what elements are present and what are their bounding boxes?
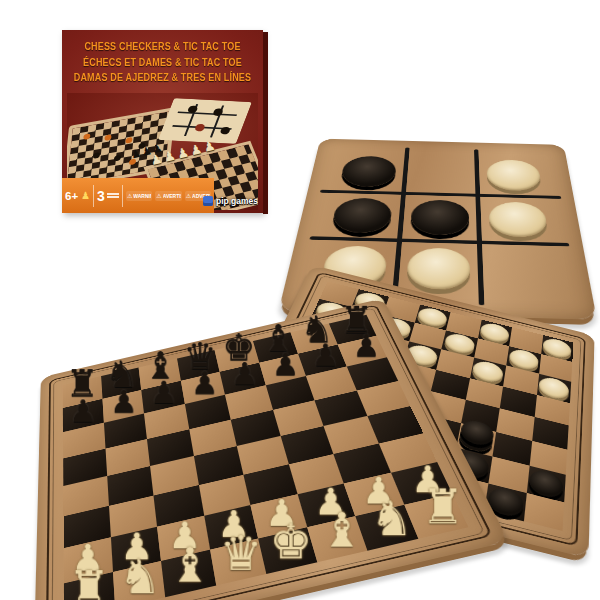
square-f7: ♟: [259, 354, 306, 386]
chess-board: ♜♞♝♛♚♝♞♜♟♟♟♟♟♟♟♟♟♟♟♟♟♟♟♟♜♞♝♛♚♝♞♜: [0, 243, 468, 573]
box-title-line-english: CHESS CHECKERS & TIC TAC TOE: [72, 39, 253, 55]
checker-square-r0c5: [477, 319, 511, 345]
games-count: 3: [97, 189, 119, 203]
product-photo: CHESS CHECKERS & TIC TAC TOE ÉCHECS ET D…: [0, 0, 600, 600]
warning-block-french: ⚠ AVERTISSEMENT:: [155, 191, 181, 201]
square-b1: ♞: [112, 561, 165, 600]
cream-checker: [542, 336, 571, 360]
ttt-cell-r0c1: [403, 152, 478, 195]
games-count-finetext: [107, 191, 119, 200]
square-f8: ♝: [253, 332, 298, 362]
chess-board-surface: ♜♞♝♛♚♝♞♜♟♟♟♟♟♟♟♟♟♟♟♟♟♟♟♟♜♞♝♛♚♝♞♜: [34, 298, 509, 600]
black-bishop: ♝: [144, 347, 177, 384]
black-checker: [528, 467, 564, 500]
black-knight: ♞: [105, 356, 138, 393]
square-a6: [63, 423, 105, 458]
checker-square-r0c6: [509, 327, 543, 353]
warning-triangle-icon: ⚠: [156, 193, 161, 199]
black-pawn: ♟: [272, 349, 300, 380]
black-pawn: ♟: [110, 386, 138, 417]
brand-logo-text: pip games: [216, 196, 258, 206]
square-g6: [306, 367, 356, 400]
square-h5: [356, 381, 410, 416]
square-c1: ♝: [161, 549, 216, 597]
black-rook: ♜: [66, 365, 99, 402]
square-d7: ♟: [180, 372, 225, 405]
black-pawn: ♟: [191, 368, 219, 399]
square-c4: [150, 456, 198, 495]
white-bishop: ♝: [320, 507, 363, 555]
cream-checker: [508, 347, 539, 372]
brand-logo: pip games: [203, 196, 258, 206]
black-pawn: ♟: [69, 396, 97, 427]
box-title-line-french: ÉCHECS ET DAMES & TIC TAC TOE: [72, 55, 253, 71]
black-pawn: ♟: [352, 330, 380, 361]
square-c8: ♝: [139, 359, 181, 390]
checker-square-r2c6: [503, 365, 539, 394]
checker-square-r3c7: [534, 394, 570, 425]
square-a8: ♜: [63, 376, 102, 408]
ttt-cell-r0c2: [476, 154, 552, 197]
square-b8: ♞: [101, 367, 142, 398]
pawn-icon: ♟: [81, 191, 90, 201]
square-d8: ♛: [177, 350, 220, 381]
checker-square-r2c7: [536, 373, 571, 402]
square-a1: ♜: [64, 572, 115, 600]
square-h7: ♟: [337, 335, 387, 366]
square-e7: ♟: [220, 363, 266, 395]
box-art-tictactoe-board: [158, 98, 252, 144]
square-e6: [225, 385, 273, 419]
square-b7: ♟: [102, 390, 144, 423]
box-title: CHESS CHECKERS & TIC TAC TOE ÉCHECS ET D…: [62, 39, 263, 86]
cream-disc: [485, 159, 541, 191]
square-f6: [265, 376, 314, 410]
square-b5: [105, 439, 150, 476]
square-h6: [346, 357, 398, 390]
black-king: ♚: [222, 329, 255, 366]
square-c6: [144, 404, 189, 439]
band-divider: [93, 185, 94, 207]
black-pawn: ♟: [312, 340, 340, 371]
square-g7: ♟: [298, 344, 346, 376]
age-rating-label: 6+: [65, 190, 78, 202]
warning-block-english: ⚠ WARNING:: [126, 191, 152, 201]
black-bishop: ♝: [261, 320, 294, 357]
white-rook: ♜: [421, 484, 464, 532]
square-e8: ♚: [215, 341, 259, 371]
square-d6: [184, 395, 230, 429]
square-a5: [63, 448, 107, 486]
cream-checker: [479, 320, 510, 344]
black-pawn: ♟: [231, 358, 259, 389]
black-rook: ♜: [340, 302, 373, 339]
white-king: ♚: [270, 519, 313, 567]
cream-checker: [471, 358, 504, 384]
white-queen: ♛: [219, 530, 262, 578]
black-knight: ♞: [301, 311, 334, 348]
warning-triangle-icon: ⚠: [127, 193, 132, 199]
white-rook: ♜: [68, 565, 111, 600]
checker-square-r0c7: [540, 334, 573, 361]
games-count-number: 3: [97, 189, 105, 203]
band-divider: [122, 185, 123, 207]
checker-square-r1c5: [473, 337, 508, 364]
white-knight: ♞: [371, 495, 414, 543]
checker-square-r1c7: [538, 353, 572, 381]
white-knight: ♞: [118, 554, 161, 600]
cream-checker: [538, 374, 569, 400]
black-pawn: ♟: [150, 377, 178, 408]
box-side-panel: [263, 32, 268, 214]
white-bishop: ♝: [169, 542, 212, 590]
checker-square-r2c5: [469, 357, 506, 386]
checker-square-r3c6: [499, 386, 536, 417]
black-disc: [339, 156, 397, 188]
square-a7: ♟: [63, 399, 104, 432]
ttt-cell-r0c0: [328, 151, 406, 194]
checker-square-r1c6: [506, 345, 541, 373]
square-c7: ♟: [141, 381, 184, 414]
warning-triangle-icon: ⚠: [186, 193, 191, 199]
box-info-band: 6+ ♟ 3 ⚠ WARNING: ⚠ AVERTISSEMENT:: [62, 178, 214, 213]
square-h8: ♜: [328, 315, 376, 345]
brand-logo-icon: [203, 196, 213, 206]
box-title-line-spanish: DAMAS DE AJEDREZ & TRES EN LÍNES: [72, 70, 253, 86]
product-box: CHESS CHECKERS & TIC TAC TOE ÉCHECS ET D…: [62, 30, 263, 213]
black-queen: ♛: [183, 338, 216, 375]
square-b6: [103, 413, 146, 448]
square-g8: ♞: [291, 324, 338, 354]
